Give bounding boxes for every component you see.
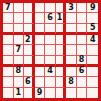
cell-r1c8[interactable] <box>77 3 88 13</box>
cell-r4c7[interactable] <box>66 35 77 45</box>
cell-r8c4[interactable] <box>35 77 46 87</box>
cell-r3c2[interactable] <box>14 24 25 35</box>
cell-r3c6[interactable] <box>56 24 67 35</box>
cell-r7c1[interactable] <box>3 67 14 77</box>
cell-r1c2[interactable] <box>14 3 25 13</box>
cell-r4c4[interactable] <box>35 35 46 45</box>
cell-r1c7: 3 <box>66 3 77 13</box>
cell-r8c9[interactable] <box>87 77 98 87</box>
cell-r8c5[interactable] <box>45 77 56 87</box>
cell-r2c1[interactable] <box>3 13 14 23</box>
cell-r3c3[interactable] <box>24 24 35 35</box>
cell-r7c7[interactable] <box>66 67 77 77</box>
cell-r6c3[interactable] <box>24 56 35 67</box>
cell-r2c7[interactable] <box>66 13 77 23</box>
cell-r1c4[interactable] <box>35 3 46 13</box>
cell-r6c6[interactable] <box>56 56 67 67</box>
cell-r3c8[interactable] <box>77 24 88 35</box>
cell-r7c8: 6 <box>77 67 88 77</box>
cell-r5c6[interactable] <box>56 45 67 55</box>
cell-r6c4[interactable] <box>35 56 46 67</box>
cell-r1c1: 7 <box>3 3 14 13</box>
cell-r7c5: 4 <box>45 67 56 77</box>
cell-r9c7[interactable] <box>66 88 77 98</box>
cell-r5c3[interactable] <box>24 45 35 55</box>
sudoku-puzzle: 73961524788466819 <box>0 0 101 101</box>
cell-r7c4[interactable] <box>35 67 46 77</box>
cell-r1c9: 9 <box>87 3 98 13</box>
cell-r2c4[interactable] <box>35 13 46 23</box>
cell-r3c9: 5 <box>87 24 98 35</box>
cell-r5c4[interactable] <box>35 45 46 55</box>
cell-r9c8[interactable] <box>77 88 88 98</box>
cell-r6c8: 8 <box>77 56 88 67</box>
cell-r9c9[interactable] <box>87 88 98 98</box>
cell-r9c3[interactable] <box>24 88 35 98</box>
cell-r5c1[interactable] <box>3 45 14 55</box>
cell-r8c3: 6 <box>24 77 35 87</box>
cell-r2c2[interactable] <box>14 13 25 23</box>
cell-r3c5[interactable] <box>45 24 56 35</box>
cell-r6c7[interactable] <box>66 56 77 67</box>
cell-r4c3: 2 <box>24 35 35 45</box>
cell-r6c5[interactable] <box>45 56 56 67</box>
cell-r4c1[interactable] <box>3 35 14 45</box>
cell-r8c2[interactable] <box>14 77 25 87</box>
cell-r9c5[interactable] <box>45 88 56 98</box>
cell-r5c5[interactable] <box>45 45 56 55</box>
cell-r4c6[interactable] <box>56 35 67 45</box>
cell-r1c3[interactable] <box>24 3 35 13</box>
cell-r5c9[interactable] <box>87 45 98 55</box>
cell-r2c3[interactable] <box>24 13 35 23</box>
cell-r6c9[interactable] <box>87 56 98 67</box>
cell-r9c1[interactable] <box>3 88 14 98</box>
cell-r9c4: 9 <box>35 88 46 98</box>
cell-r5c2: 7 <box>14 45 25 55</box>
cell-r7c9[interactable] <box>87 67 98 77</box>
cell-r9c6[interactable] <box>56 88 67 98</box>
cell-r5c7[interactable] <box>66 45 77 55</box>
cell-r3c4[interactable] <box>35 24 46 35</box>
cell-r8c7: 8 <box>66 77 77 87</box>
cell-r8c8[interactable] <box>77 77 88 87</box>
cell-r2c6: 1 <box>56 13 67 23</box>
cell-r8c6[interactable] <box>56 77 67 87</box>
cell-r4c2[interactable] <box>14 35 25 45</box>
cell-r3c7[interactable] <box>66 24 77 35</box>
cell-r4c5[interactable] <box>45 35 56 45</box>
cell-r1c5[interactable] <box>45 3 56 13</box>
cell-r7c3[interactable] <box>24 67 35 77</box>
cell-r6c1[interactable] <box>3 56 14 67</box>
cell-r9c2: 1 <box>14 88 25 98</box>
cell-r8c1[interactable] <box>3 77 14 87</box>
cell-r1c6[interactable] <box>56 3 67 13</box>
cell-r4c8[interactable] <box>77 35 88 45</box>
cell-r2c8[interactable] <box>77 13 88 23</box>
cell-r7c6[interactable] <box>56 67 67 77</box>
sudoku-board: 73961524788466819 <box>0 0 101 101</box>
cell-r3c1[interactable] <box>3 24 14 35</box>
cell-r4c9: 4 <box>87 35 98 45</box>
cell-r7c2: 8 <box>14 67 25 77</box>
cell-r2c5: 6 <box>45 13 56 23</box>
cell-r6c2[interactable] <box>14 56 25 67</box>
